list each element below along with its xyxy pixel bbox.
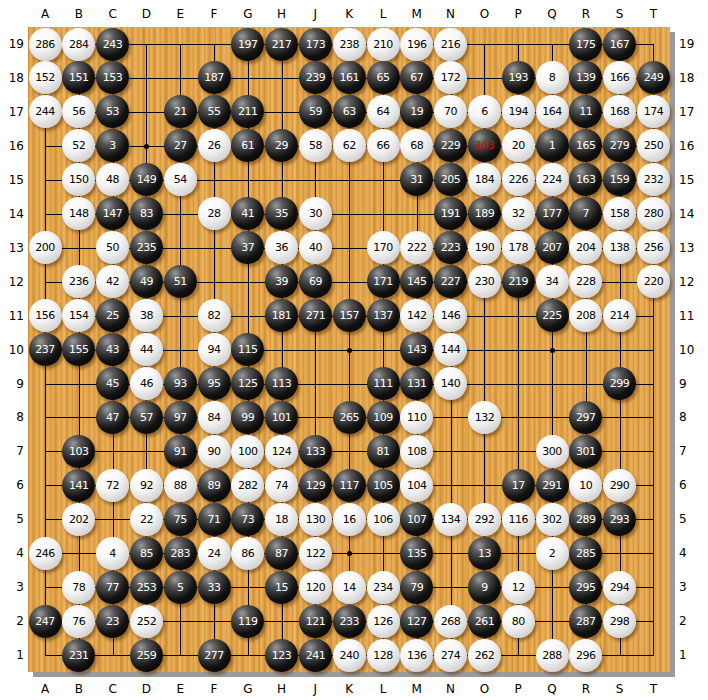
row-label-right-17: 17 <box>679 105 701 119</box>
stone-L2[interactable]: 126 <box>367 605 400 638</box>
stone-Q7[interactable]: 300 <box>536 435 569 468</box>
stone-M11[interactable]: 142 <box>400 299 433 332</box>
stone-O8[interactable]: 132 <box>468 401 501 434</box>
stone-O1[interactable]: 262 <box>468 639 501 672</box>
stone-Q13[interactable]: 207 <box>536 231 569 264</box>
stone-F17[interactable]: 55 <box>198 95 231 128</box>
stone-R11[interactable]: 208 <box>569 299 602 332</box>
stone-J19[interactable]: 173 <box>299 28 332 61</box>
stone-D13[interactable]: 235 <box>130 231 163 264</box>
stone-P16[interactable]: 20 <box>502 129 535 162</box>
stone-N16[interactable]: 229 <box>434 129 467 162</box>
stone-K2[interactable]: 233 <box>333 605 366 638</box>
stone-G19[interactable]: 197 <box>231 28 264 61</box>
stone-S15[interactable]: 159 <box>603 163 636 196</box>
stone-D4[interactable]: 85 <box>130 537 163 570</box>
stone-B19[interactable]: 284 <box>62 28 95 61</box>
stone-P13[interactable]: 178 <box>502 231 535 264</box>
stone-S3[interactable]: 294 <box>603 571 636 604</box>
col-label-top-D: D <box>135 7 157 21</box>
stone-S17[interactable]: 168 <box>603 95 636 128</box>
star-point <box>347 551 352 556</box>
stone-O15[interactable]: 184 <box>468 163 501 196</box>
stone-H16[interactable]: 29 <box>265 129 298 162</box>
stone-S16[interactable]: 279 <box>603 129 636 162</box>
stone-B3[interactable]: 78 <box>62 571 95 604</box>
stone-F14[interactable]: 28 <box>198 197 231 230</box>
stone-M18[interactable]: 67 <box>400 61 433 94</box>
stone-F5[interactable]: 71 <box>198 503 231 536</box>
stone-P12[interactable]: 219 <box>502 265 535 298</box>
go-board[interactable]: 2862842431972171732382101962161751671521… <box>28 27 670 672</box>
col-label-top-R: R <box>575 7 597 21</box>
stone-C15[interactable]: 48 <box>96 163 129 196</box>
col-label-top-P: P <box>507 7 529 21</box>
col-label-bottom-G: G <box>237 682 259 696</box>
row-label-right-1: 1 <box>679 648 701 662</box>
stone-F10[interactable]: 94 <box>198 333 231 366</box>
row-label-right-6: 6 <box>679 478 701 492</box>
col-label-bottom-H: H <box>271 682 293 696</box>
stone-G6[interactable]: 282 <box>231 469 264 502</box>
stone-J6[interactable]: 129 <box>299 469 332 502</box>
stone-C13[interactable]: 50 <box>96 231 129 264</box>
col-label-bottom-S: S <box>609 682 631 696</box>
stone-L6[interactable]: 105 <box>367 469 400 502</box>
stone-D6[interactable]: 92 <box>130 469 163 502</box>
stone-J4[interactable]: 122 <box>299 537 332 570</box>
row-label-right-11: 11 <box>679 309 701 323</box>
stone-R8[interactable]: 297 <box>569 401 602 434</box>
stone-F1[interactable]: 277 <box>198 639 231 672</box>
stone-P6[interactable]: 17 <box>502 469 535 502</box>
row-label-right-13: 13 <box>679 241 701 255</box>
row-label-left-7: 7 <box>2 444 24 458</box>
stone-M7[interactable]: 108 <box>400 435 433 468</box>
stone-P5[interactable]: 116 <box>502 503 535 536</box>
stone-Q17[interactable]: 164 <box>536 95 569 128</box>
row-label-left-11: 11 <box>2 309 24 323</box>
stone-D15[interactable]: 149 <box>130 163 163 196</box>
stone-B18[interactable]: 151 <box>62 61 95 94</box>
stone-A13[interactable]: 200 <box>29 231 62 264</box>
stone-E9[interactable]: 93 <box>164 367 197 400</box>
row-label-left-17: 17 <box>2 105 24 119</box>
stone-H1[interactable]: 123 <box>265 639 298 672</box>
stone-D11[interactable]: 38 <box>130 299 163 332</box>
stone-Q15[interactable]: 224 <box>536 163 569 196</box>
stone-L9[interactable]: 111 <box>367 367 400 400</box>
stone-N15[interactable]: 205 <box>434 163 467 196</box>
stone-M3[interactable]: 79 <box>400 571 433 604</box>
col-label-bottom-R: R <box>575 682 597 696</box>
stone-H5[interactable]: 18 <box>265 503 298 536</box>
stone-A4[interactable]: 246 <box>29 537 62 570</box>
stone-G14[interactable]: 41 <box>231 197 264 230</box>
stone-P2[interactable]: 80 <box>502 605 535 638</box>
row-label-left-4: 4 <box>2 546 24 560</box>
stone-H14[interactable]: 35 <box>265 197 298 230</box>
stone-K1[interactable]: 240 <box>333 639 366 672</box>
stone-M4[interactable]: 135 <box>400 537 433 570</box>
stone-C2[interactable]: 23 <box>96 605 129 638</box>
stone-O14[interactable]: 189 <box>468 197 501 230</box>
stone-K17[interactable]: 63 <box>333 95 366 128</box>
stone-C19[interactable]: 243 <box>96 28 129 61</box>
stone-R14[interactable]: 7 <box>569 197 602 230</box>
stone-K18[interactable]: 161 <box>333 61 366 94</box>
stone-N2[interactable]: 268 <box>434 605 467 638</box>
row-label-left-15: 15 <box>2 173 24 187</box>
stone-O3[interactable]: 9 <box>468 571 501 604</box>
stone-A10[interactable]: 237 <box>29 333 62 366</box>
stone-G16[interactable]: 61 <box>231 129 264 162</box>
stone-N19[interactable]: 216 <box>434 28 467 61</box>
stone-R5[interactable]: 289 <box>569 503 602 536</box>
stone-K8[interactable]: 265 <box>333 401 366 434</box>
stone-K6[interactable]: 117 <box>333 469 366 502</box>
stone-H4[interactable]: 87 <box>265 537 298 570</box>
stone-L3[interactable]: 234 <box>367 571 400 604</box>
stone-B15[interactable]: 150 <box>62 163 95 196</box>
stone-N14[interactable]: 191 <box>434 197 467 230</box>
stone-D2[interactable]: 252 <box>130 605 163 638</box>
stone-O13[interactable]: 190 <box>468 231 501 264</box>
stone-H12[interactable]: 39 <box>265 265 298 298</box>
stone-O17[interactable]: 6 <box>468 95 501 128</box>
col-label-bottom-P: P <box>507 682 529 696</box>
stone-A2[interactable]: 247 <box>29 605 62 638</box>
stone-J3[interactable]: 120 <box>299 571 332 604</box>
stone-Q6[interactable]: 291 <box>536 469 569 502</box>
stone-B10[interactable]: 155 <box>62 333 95 366</box>
stone-B11[interactable]: 154 <box>62 299 95 332</box>
stone-J7[interactable]: 133 <box>299 435 332 468</box>
stone-S14[interactable]: 158 <box>603 197 636 230</box>
stone-T13[interactable]: 256 <box>637 231 670 264</box>
stone-A19[interactable]: 286 <box>29 28 62 61</box>
stone-D12[interactable]: 49 <box>130 265 163 298</box>
stone-B7[interactable]: 103 <box>62 435 95 468</box>
stone-F4[interactable]: 24 <box>198 537 231 570</box>
stone-E7[interactable]: 91 <box>164 435 197 468</box>
stone-J13[interactable]: 40 <box>299 231 332 264</box>
stone-F18[interactable]: 187 <box>198 61 231 94</box>
stone-S5[interactable]: 293 <box>603 503 636 536</box>
stone-J5[interactable]: 130 <box>299 503 332 536</box>
stone-E5[interactable]: 75 <box>164 503 197 536</box>
stone-C6[interactable]: 72 <box>96 469 129 502</box>
stone-N12[interactable]: 227 <box>434 265 467 298</box>
stone-B14[interactable]: 148 <box>62 197 95 230</box>
stone-M13[interactable]: 222 <box>400 231 433 264</box>
stone-M15[interactable]: 31 <box>400 163 433 196</box>
stone-B17[interactable]: 56 <box>62 95 95 128</box>
stone-T15[interactable]: 232 <box>637 163 670 196</box>
stone-M6[interactable]: 104 <box>400 469 433 502</box>
stone-J11[interactable]: 271 <box>299 299 332 332</box>
stone-E12[interactable]: 51 <box>164 265 197 298</box>
stone-Q5[interactable]: 302 <box>536 503 569 536</box>
stone-S9[interactable]: 299 <box>603 367 636 400</box>
stone-H8[interactable]: 101 <box>265 401 298 434</box>
stone-Q4[interactable]: 2 <box>536 537 569 570</box>
stone-G17[interactable]: 211 <box>231 95 264 128</box>
stone-J17[interactable]: 59 <box>299 95 332 128</box>
stone-K5[interactable]: 16 <box>333 503 366 536</box>
stone-R16[interactable]: 165 <box>569 129 602 162</box>
stone-B5[interactable]: 202 <box>62 503 95 536</box>
stone-G4[interactable]: 86 <box>231 537 264 570</box>
stone-S11[interactable]: 214 <box>603 299 636 332</box>
row-label-left-8: 8 <box>2 410 24 424</box>
stone-B12[interactable]: 236 <box>62 265 95 298</box>
stone-L17[interactable]: 64 <box>367 95 400 128</box>
stone-D1[interactable]: 259 <box>130 639 163 672</box>
stone-P14[interactable]: 32 <box>502 197 535 230</box>
col-label-top-E: E <box>169 7 191 21</box>
stone-L12[interactable]: 171 <box>367 265 400 298</box>
stone-J16[interactable]: 58 <box>299 129 332 162</box>
stone-Q14[interactable]: 177 <box>536 197 569 230</box>
stone-Q16[interactable]: 1 <box>536 129 569 162</box>
stone-L18[interactable]: 65 <box>367 61 400 94</box>
col-label-top-A: A <box>34 7 56 21</box>
stone-S13[interactable]: 138 <box>603 231 636 264</box>
stone-H7[interactable]: 124 <box>265 435 298 468</box>
row-label-left-3: 3 <box>2 580 24 594</box>
stone-N10[interactable]: 144 <box>434 333 467 366</box>
stone-Q12[interactable]: 34 <box>536 265 569 298</box>
stone-B2[interactable]: 76 <box>62 605 95 638</box>
stone-M2[interactable]: 127 <box>400 605 433 638</box>
stone-Q11[interactable]: 225 <box>536 299 569 332</box>
stone-R18[interactable]: 139 <box>569 61 602 94</box>
stone-L5[interactable]: 106 <box>367 503 400 536</box>
stone-S18[interactable]: 166 <box>603 61 636 94</box>
stone-C12[interactable]: 42 <box>96 265 129 298</box>
row-label-left-19: 19 <box>2 37 24 51</box>
stone-K3[interactable]: 14 <box>333 571 366 604</box>
stone-T17[interactable]: 174 <box>637 95 670 128</box>
star-point <box>144 144 149 149</box>
stone-L16[interactable]: 66 <box>367 129 400 162</box>
stone-C8[interactable]: 47 <box>96 401 129 434</box>
stone-O2[interactable]: 261 <box>468 605 501 638</box>
stone-P3[interactable]: 12 <box>502 571 535 604</box>
stone-D3[interactable]: 253 <box>130 571 163 604</box>
star-point <box>347 348 352 353</box>
stone-G5[interactable]: 73 <box>231 503 264 536</box>
stone-C11[interactable]: 25 <box>96 299 129 332</box>
stone-E6[interactable]: 88 <box>164 469 197 502</box>
stone-Q1[interactable]: 288 <box>536 639 569 672</box>
row-label-left-2: 2 <box>2 614 24 628</box>
stone-R2[interactable]: 287 <box>569 605 602 638</box>
stone-M10[interactable]: 143 <box>400 333 433 366</box>
stone-G9[interactable]: 125 <box>231 367 264 400</box>
stone-E17[interactable]: 21 <box>164 95 197 128</box>
col-label-bottom-E: E <box>169 682 191 696</box>
stone-D8[interactable]: 57 <box>130 401 163 434</box>
row-label-left-13: 13 <box>2 241 24 255</box>
stone-H19[interactable]: 217 <box>265 28 298 61</box>
stone-P18[interactable]: 193 <box>502 61 535 94</box>
stone-G2[interactable]: 119 <box>231 605 264 638</box>
stone-M12[interactable]: 145 <box>400 265 433 298</box>
stone-E4[interactable]: 283 <box>164 537 197 570</box>
stone-G13[interactable]: 37 <box>231 231 264 264</box>
col-label-bottom-O: O <box>473 682 495 696</box>
stone-H11[interactable]: 181 <box>265 299 298 332</box>
stone-C9[interactable]: 45 <box>96 367 129 400</box>
stone-S6[interactable]: 290 <box>603 469 636 502</box>
row-label-left-1: 1 <box>2 648 24 662</box>
stone-K16[interactable]: 62 <box>333 129 366 162</box>
stone-R3[interactable]: 295 <box>569 571 602 604</box>
stone-R17[interactable]: 11 <box>569 95 602 128</box>
stone-R7[interactable]: 301 <box>569 435 602 468</box>
stone-D9[interactable]: 46 <box>130 367 163 400</box>
stone-O5[interactable]: 292 <box>468 503 501 536</box>
stone-B1[interactable]: 231 <box>62 639 95 672</box>
stone-T14[interactable]: 280 <box>637 197 670 230</box>
stone-H3[interactable]: 15 <box>265 571 298 604</box>
row-label-left-16: 16 <box>2 139 24 153</box>
stone-R12[interactable]: 228 <box>569 265 602 298</box>
stone-N11[interactable]: 146 <box>434 299 467 332</box>
row-label-right-10: 10 <box>679 343 701 357</box>
stone-M1[interactable]: 136 <box>400 639 433 672</box>
col-label-top-Q: Q <box>541 7 563 21</box>
stone-L13[interactable]: 170 <box>367 231 400 264</box>
stone-O4[interactable]: 13 <box>468 537 501 570</box>
stone-H13[interactable]: 36 <box>265 231 298 264</box>
stone-A11[interactable]: 156 <box>29 299 62 332</box>
row-label-right-4: 4 <box>679 546 701 560</box>
stone-L11[interactable]: 137 <box>367 299 400 332</box>
col-label-top-K: K <box>338 7 360 21</box>
stone-L8[interactable]: 109 <box>367 401 400 434</box>
stone-C3[interactable]: 77 <box>96 571 129 604</box>
stone-N1[interactable]: 274 <box>434 639 467 672</box>
stone-L7[interactable]: 81 <box>367 435 400 468</box>
stone-B16[interactable]: 52 <box>62 129 95 162</box>
stone-M9[interactable]: 131 <box>400 367 433 400</box>
stone-P15[interactable]: 226 <box>502 163 535 196</box>
stone-C14[interactable]: 147 <box>96 197 129 230</box>
row-label-right-16: 16 <box>679 139 701 153</box>
stone-E8[interactable]: 97 <box>164 401 197 434</box>
stone-C18[interactable]: 153 <box>96 61 129 94</box>
stone-A17[interactable]: 244 <box>29 95 62 128</box>
stone-E15[interactable]: 54 <box>164 163 197 196</box>
stone-R4[interactable]: 285 <box>569 537 602 570</box>
stone-O16[interactable]: 303 <box>468 129 501 162</box>
stone-G8[interactable]: 99 <box>231 401 264 434</box>
star-point <box>550 348 555 353</box>
row-label-right-19: 19 <box>679 37 701 51</box>
stone-O12[interactable]: 230 <box>468 265 501 298</box>
stone-D5[interactable]: 22 <box>130 503 163 536</box>
row-label-left-6: 6 <box>2 478 24 492</box>
stone-N5[interactable]: 134 <box>434 503 467 536</box>
stone-M16[interactable]: 68 <box>400 129 433 162</box>
stone-H9[interactable]: 113 <box>265 367 298 400</box>
stone-R13[interactable]: 204 <box>569 231 602 264</box>
stone-M19[interactable]: 196 <box>400 28 433 61</box>
stone-C10[interactable]: 43 <box>96 333 129 366</box>
stone-C17[interactable]: 53 <box>96 95 129 128</box>
stone-F11[interactable]: 82 <box>198 299 231 332</box>
stone-L1[interactable]: 128 <box>367 639 400 672</box>
row-label-right-12: 12 <box>679 275 701 289</box>
row-label-right-3: 3 <box>679 580 701 594</box>
stone-F9[interactable]: 95 <box>198 367 231 400</box>
stone-H6[interactable]: 74 <box>265 469 298 502</box>
stone-B6[interactable]: 141 <box>62 469 95 502</box>
stone-K11[interactable]: 157 <box>333 299 366 332</box>
col-label-bottom-J: J <box>304 682 326 696</box>
row-label-left-9: 9 <box>2 377 24 391</box>
stone-T16[interactable]: 250 <box>637 129 670 162</box>
stone-N13[interactable]: 223 <box>434 231 467 264</box>
stone-S19[interactable]: 167 <box>603 28 636 61</box>
stone-F3[interactable]: 33 <box>198 571 231 604</box>
stone-R1[interactable]: 296 <box>569 639 602 672</box>
stone-R6[interactable]: 10 <box>569 469 602 502</box>
stone-J14[interactable]: 30 <box>299 197 332 230</box>
stone-D14[interactable]: 83 <box>130 197 163 230</box>
stone-D10[interactable]: 44 <box>130 333 163 366</box>
stone-R15[interactable]: 163 <box>569 163 602 196</box>
stone-C16[interactable]: 3 <box>96 129 129 162</box>
stone-E3[interactable]: 5 <box>164 571 197 604</box>
stone-M17[interactable]: 19 <box>400 95 433 128</box>
stone-L19[interactable]: 210 <box>367 28 400 61</box>
stone-F16[interactable]: 26 <box>198 129 231 162</box>
stone-F8[interactable]: 84 <box>198 401 231 434</box>
col-label-bottom-K: K <box>338 682 360 696</box>
stone-R19[interactable]: 175 <box>569 28 602 61</box>
stone-Q18[interactable]: 8 <box>536 61 569 94</box>
stone-N17[interactable]: 70 <box>434 95 467 128</box>
stone-G10[interactable]: 115 <box>231 333 264 366</box>
stone-F7[interactable]: 90 <box>198 435 231 468</box>
stone-J18[interactable]: 239 <box>299 61 332 94</box>
stone-P17[interactable]: 194 <box>502 95 535 128</box>
stone-N9[interactable]: 140 <box>434 367 467 400</box>
stone-T12[interactable]: 220 <box>637 265 670 298</box>
stone-E16[interactable]: 27 <box>164 129 197 162</box>
stone-J1[interactable]: 241 <box>299 639 332 672</box>
col-label-bottom-C: C <box>102 682 124 696</box>
stone-M5[interactable]: 107 <box>400 503 433 536</box>
stone-N18[interactable]: 172 <box>434 61 467 94</box>
stone-C4[interactable]: 4 <box>96 537 129 570</box>
stone-J2[interactable]: 121 <box>299 605 332 638</box>
row-label-left-18: 18 <box>2 71 24 85</box>
stone-K19[interactable]: 238 <box>333 28 366 61</box>
stone-M8[interactable]: 110 <box>400 401 433 434</box>
stone-A18[interactable]: 152 <box>29 61 62 94</box>
col-label-bottom-Q: Q <box>541 682 563 696</box>
stone-T18[interactable]: 249 <box>637 61 670 94</box>
stone-S2[interactable]: 298 <box>603 605 636 638</box>
stone-J12[interactable]: 69 <box>299 265 332 298</box>
stone-F6[interactable]: 89 <box>198 469 231 502</box>
stone-G7[interactable]: 100 <box>231 435 264 468</box>
